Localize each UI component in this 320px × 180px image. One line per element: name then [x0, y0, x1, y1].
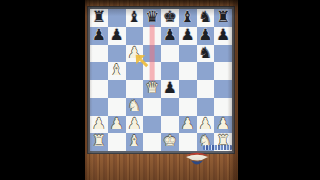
square-d3[interactable]: [143, 98, 161, 116]
chess-board[interactable]: ♜♝♛♚♝♞♜♟♟♟♟♟♟♟♞♝♛♟♞♟♟♟♟♟♟♜♝♚♞♜: [88, 7, 234, 153]
square-e1[interactable]: ♚: [161, 133, 179, 151]
white-pawn[interactable]: ♟: [181, 116, 195, 132]
square-e4[interactable]: ♟: [161, 80, 179, 98]
letterbox-stage: ♜♝♛♚♝♞♜♟♟♟♟♟♟♟♞♝♛♟♞♟♟♟♟♟♟♜♝♚♞♜: [0, 0, 320, 180]
square-d8[interactable]: ♛: [143, 9, 161, 27]
square-h5[interactable]: [214, 62, 232, 80]
square-c2[interactable]: ♟: [126, 116, 144, 134]
square-c8[interactable]: ♝: [126, 9, 144, 27]
square-h6[interactable]: [214, 45, 232, 63]
square-g5[interactable]: [197, 62, 215, 80]
square-f4[interactable]: [179, 80, 197, 98]
square-g4[interactable]: [197, 80, 215, 98]
black-queen[interactable]: ♛: [145, 10, 159, 26]
black-bishop[interactable]: ♝: [181, 10, 195, 26]
black-pawn[interactable]: ♟: [216, 27, 230, 43]
square-c4[interactable]: [126, 80, 144, 98]
square-b3[interactable]: [108, 98, 126, 116]
black-bishop[interactable]: ♝: [127, 10, 141, 26]
square-h7[interactable]: ♟: [214, 27, 232, 45]
square-d2[interactable]: [143, 116, 161, 134]
square-a1[interactable]: ♜: [90, 133, 108, 151]
white-pawn[interactable]: ♟: [216, 116, 230, 132]
square-a4[interactable]: [90, 80, 108, 98]
square-b8[interactable]: [108, 9, 126, 27]
square-e6[interactable]: [161, 45, 179, 63]
black-rook[interactable]: ♜: [216, 10, 230, 26]
white-bishop[interactable]: ♝: [110, 63, 124, 79]
square-f5[interactable]: [179, 62, 197, 80]
square-f1[interactable]: [179, 133, 197, 151]
white-pawn[interactable]: ♟: [198, 116, 212, 132]
square-b5[interactable]: ♝: [108, 62, 126, 80]
square-a7[interactable]: ♟: [90, 27, 108, 45]
square-d4[interactable]: ♛: [143, 80, 161, 98]
square-c1[interactable]: ♝: [126, 133, 144, 151]
square-g7[interactable]: ♟: [197, 27, 215, 45]
board-area: ♜♝♛♚♝♞♜♟♟♟♟♟♟♟♞♝♛♟♞♟♟♟♟♟♟♜♝♚♞♜: [88, 7, 234, 153]
square-g2[interactable]: ♟: [197, 116, 215, 134]
square-a8[interactable]: ♜: [90, 9, 108, 27]
black-pawn[interactable]: ♟: [110, 27, 124, 43]
white-king[interactable]: ♚: [163, 134, 177, 150]
square-b7[interactable]: ♟: [108, 27, 126, 45]
black-knight[interactable]: ♞: [198, 10, 212, 26]
square-c3[interactable]: ♞: [126, 98, 144, 116]
black-pawn[interactable]: ♟: [163, 27, 177, 43]
square-g3[interactable]: [197, 98, 215, 116]
square-f6[interactable]: [179, 45, 197, 63]
square-g6[interactable]: ♞: [197, 45, 215, 63]
square-h4[interactable]: [214, 80, 232, 98]
square-b6[interactable]: [108, 45, 126, 63]
white-bishop[interactable]: ♝: [127, 134, 141, 150]
square-a3[interactable]: [90, 98, 108, 116]
black-rook[interactable]: ♜: [92, 10, 106, 26]
white-rook[interactable]: ♜: [92, 134, 106, 150]
white-queen[interactable]: ♛: [145, 81, 159, 97]
square-b4[interactable]: [108, 80, 126, 98]
square-a5[interactable]: [90, 62, 108, 80]
black-pawn[interactable]: ♟: [181, 27, 195, 43]
square-d1[interactable]: [143, 133, 161, 151]
square-c5[interactable]: [126, 62, 144, 80]
black-knight[interactable]: ♞: [198, 45, 212, 61]
square-e2[interactable]: [161, 116, 179, 134]
square-f7[interactable]: ♟: [179, 27, 197, 45]
square-e8[interactable]: ♚: [161, 9, 179, 27]
black-pawn[interactable]: ♟: [198, 27, 212, 43]
black-pawn[interactable]: ♟: [163, 81, 177, 97]
square-b2[interactable]: ♟: [108, 116, 126, 134]
square-g8[interactable]: ♞: [197, 9, 215, 27]
black-king[interactable]: ♚: [163, 10, 177, 26]
square-f3[interactable]: [179, 98, 197, 116]
logo-blue-base: [191, 161, 203, 165]
square-h8[interactable]: ♜: [214, 9, 232, 27]
square-b1[interactable]: [108, 133, 126, 151]
white-pawn[interactable]: ♟: [127, 116, 141, 132]
square-f8[interactable]: ♝: [179, 9, 197, 27]
square-e5[interactable]: [161, 62, 179, 80]
watermark: [203, 145, 232, 150]
logo-white-band: [186, 155, 208, 161]
white-pawn[interactable]: ♟: [127, 45, 141, 61]
square-d7[interactable]: [143, 27, 161, 45]
square-h3[interactable]: [214, 98, 232, 116]
square-c6[interactable]: ♟: [126, 45, 144, 63]
white-pawn[interactable]: ♟: [110, 116, 124, 132]
white-pawn[interactable]: ♟: [92, 116, 106, 132]
square-e3[interactable]: [161, 98, 179, 116]
wood-background: ♜♝♛♚♝♞♜♟♟♟♟♟♟♟♞♝♛♟♞♟♟♟♟♟♟♜♝♚♞♜: [85, 0, 238, 180]
square-a2[interactable]: ♟: [90, 116, 108, 134]
square-e7[interactable]: ♟: [161, 27, 179, 45]
channel-logo: [183, 151, 211, 166]
white-knight[interactable]: ♞: [127, 98, 141, 114]
square-h2[interactable]: ♟: [214, 116, 232, 134]
square-c7[interactable]: [126, 27, 144, 45]
square-d6[interactable]: [143, 45, 161, 63]
square-a6[interactable]: [90, 45, 108, 63]
black-pawn[interactable]: ♟: [92, 27, 106, 43]
square-f2[interactable]: ♟: [179, 116, 197, 134]
square-d5[interactable]: [143, 62, 161, 80]
